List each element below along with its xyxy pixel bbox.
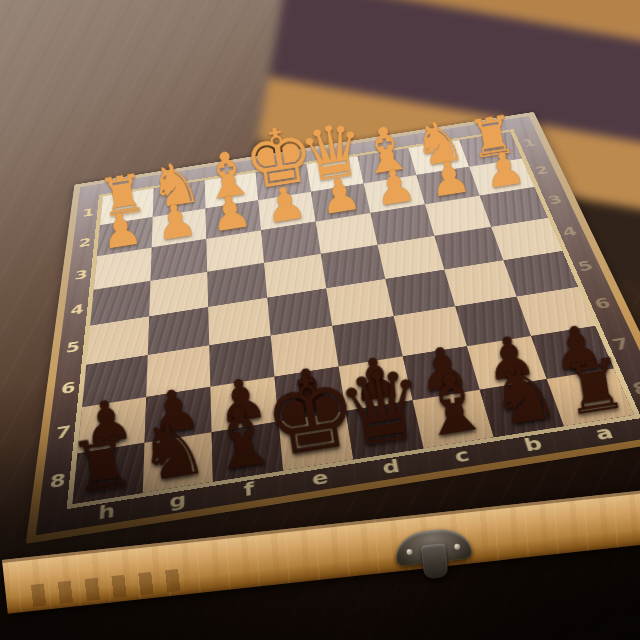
metal-latch [394, 526, 475, 586]
piece-white-pawn: ♟ [206, 187, 254, 239]
piece-white-pawn: ♟ [480, 144, 528, 196]
piece-black-rook: ♜ [558, 348, 631, 427]
rank-label-left-3: 3 [66, 256, 96, 294]
square-c8: ♝ [413, 390, 494, 449]
piece-white-pawn: ♟ [261, 179, 309, 231]
latch-hasp [421, 543, 449, 579]
piece-white-pawn: ♟ [425, 153, 473, 205]
piece-white-pawn: ♟ [97, 205, 145, 257]
square-g8: ♞ [143, 432, 213, 493]
square-h8: ♜ [73, 443, 145, 504]
piece-white-pawn: ♟ [371, 161, 419, 213]
square-c5 [385, 270, 455, 316]
scene: ♜♞♝♚♛♝♞♜♟♟♟♟♟♟♟♟♟♟♟♟♟♟♟♟♜♞♝♚♛♝♞♜ hgfedcb… [0, 0, 640, 640]
piece-white-pawn: ♟ [152, 196, 200, 248]
piece-black-rook: ♜ [66, 426, 139, 505]
piece-white-pawn: ♟ [316, 170, 364, 222]
piece-black-bishop: ♝ [410, 358, 495, 450]
rank-label-left-2: 2 [70, 225, 99, 260]
rank-label-left-5: 5 [56, 326, 89, 370]
square-d8: ♛ [346, 400, 424, 459]
piece-black-knight: ♞ [483, 352, 563, 439]
piece-black-knight: ♞ [132, 408, 212, 495]
